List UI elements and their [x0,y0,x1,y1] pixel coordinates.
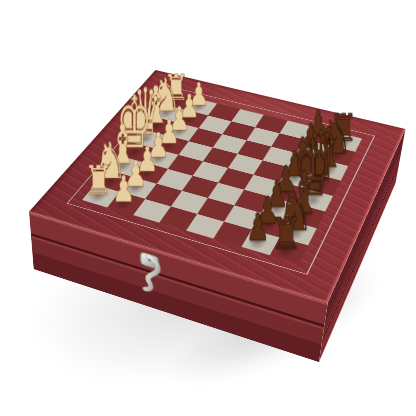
chess-box-3d: ♜♞♝♛♚♝♞♜♟♟♟♟♟♟♟♟♟♟♟♟♟♟♟♟♜♞♝♛♚♝♞♜ [29,70,406,303]
clasp-latch-icon [133,248,167,299]
black-rook-glyph: ♜ [271,211,303,255]
black-pawn-glyph: ♟ [246,208,270,246]
white-pawn-glyph: ♟ [113,171,136,207]
product-photo-scene: ♜♞♝♛♚♝♞♜♟♟♟♟♟♟♟♟♟♟♟♟♟♟♟♟♜♞♝♛♚♝♞♜ [0,0,416,416]
white-rook-glyph: ♜ [84,160,114,201]
